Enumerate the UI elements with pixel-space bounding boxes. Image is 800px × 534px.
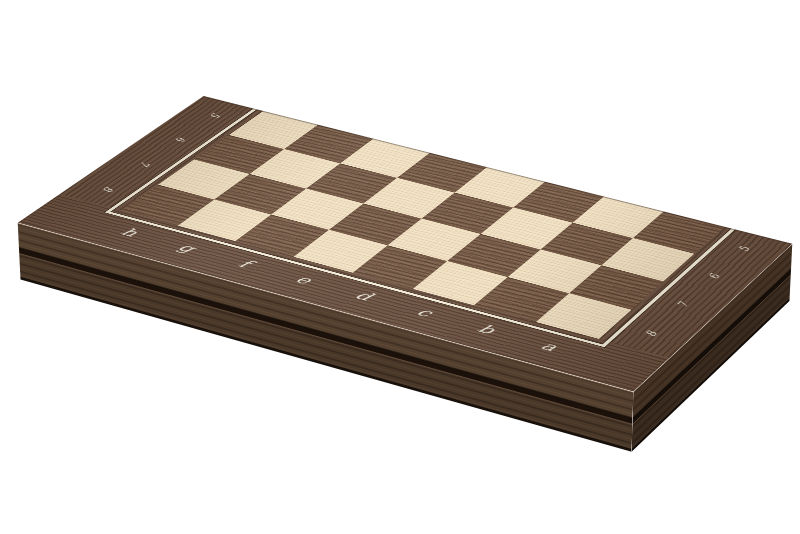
file-label-g: g (167, 239, 207, 256)
file-label-f: f (225, 255, 265, 273)
file-label-e: e (284, 271, 324, 289)
board-3d-scene: 56785678hgfedcba (0, 0, 800, 534)
chess-board-folded: 56785678hgfedcba (18, 96, 793, 392)
product-photo-stage: 56785678hgfedcba (0, 0, 800, 534)
file-label-c: c (404, 303, 444, 321)
file-label-h: h (109, 224, 148, 241)
file-label-d: d (343, 287, 383, 305)
file-label-b: b (466, 320, 507, 339)
file-label-a: a (529, 337, 570, 356)
